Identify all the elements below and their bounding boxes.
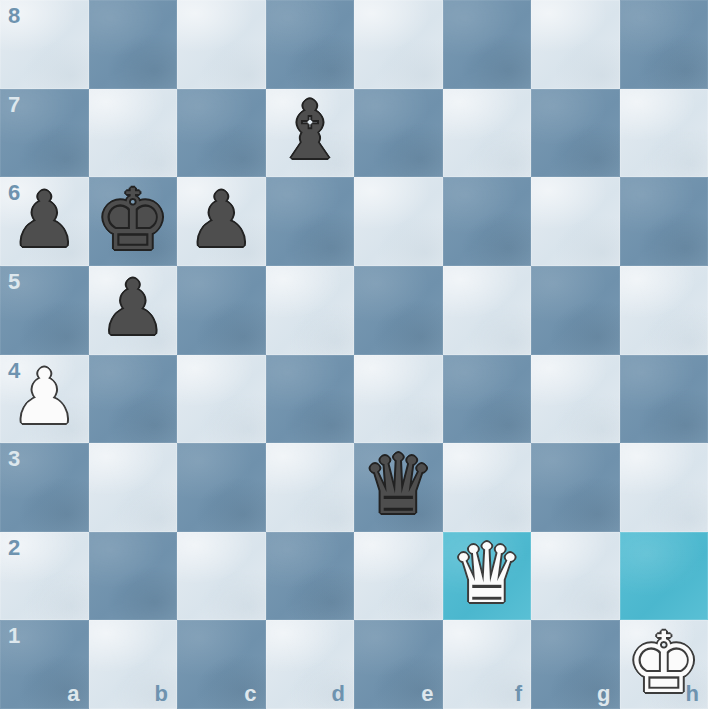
square-a8[interactable]: 8 xyxy=(0,0,89,89)
square-d2[interactable] xyxy=(266,532,355,621)
square-b4[interactable] xyxy=(89,355,178,444)
white-queen[interactable]: ♛ xyxy=(450,533,524,615)
rank-label-3: 3 xyxy=(8,448,20,470)
square-a5[interactable]: 5 xyxy=(0,266,89,355)
square-e2[interactable] xyxy=(354,532,443,621)
square-b2[interactable] xyxy=(89,532,178,621)
file-label-d: d xyxy=(332,683,345,705)
square-g1[interactable]: g xyxy=(531,620,620,709)
black-king[interactable]: ♚ xyxy=(95,178,170,262)
square-c1[interactable]: c xyxy=(177,620,266,709)
square-c8[interactable] xyxy=(177,0,266,89)
rank-label-7: 7 xyxy=(8,94,20,116)
square-h5[interactable] xyxy=(620,266,708,355)
black-pawn[interactable]: ♟ xyxy=(187,182,255,258)
file-label-f: f xyxy=(515,683,522,705)
square-f5[interactable] xyxy=(443,266,532,355)
file-label-g: g xyxy=(597,683,610,705)
square-g8[interactable] xyxy=(531,0,620,89)
square-f8[interactable] xyxy=(443,0,532,89)
square-a3[interactable]: 3 xyxy=(0,443,89,532)
square-b3[interactable] xyxy=(89,443,178,532)
square-h1[interactable]: h♚ xyxy=(620,620,708,709)
square-c7[interactable] xyxy=(177,89,266,178)
square-c6[interactable]: ♟ xyxy=(177,177,266,266)
square-h2[interactable] xyxy=(620,532,708,621)
square-e6[interactable] xyxy=(354,177,443,266)
black-pawn[interactable]: ♟ xyxy=(99,270,167,346)
square-e7[interactable] xyxy=(354,89,443,178)
square-f2[interactable]: ♛ xyxy=(443,532,532,621)
black-pawn[interactable]: ♟ xyxy=(10,182,78,258)
square-g5[interactable] xyxy=(531,266,620,355)
square-a6[interactable]: 6♟ xyxy=(0,177,89,266)
square-c5[interactable] xyxy=(177,266,266,355)
square-d6[interactable] xyxy=(266,177,355,266)
square-b8[interactable] xyxy=(89,0,178,89)
chess-board: 87♝6♟♚♟5♟4♟3♛2♛1abcdefgh♚ xyxy=(0,0,708,709)
black-queen[interactable]: ♛ xyxy=(361,444,435,526)
file-label-a: a xyxy=(67,683,79,705)
square-b1[interactable]: b xyxy=(89,620,178,709)
square-a2[interactable]: 2 xyxy=(0,532,89,621)
square-c2[interactable] xyxy=(177,532,266,621)
square-d1[interactable]: d xyxy=(266,620,355,709)
square-e3[interactable]: ♛ xyxy=(354,443,443,532)
square-h7[interactable] xyxy=(620,89,708,178)
square-h4[interactable] xyxy=(620,355,708,444)
square-h6[interactable] xyxy=(620,177,708,266)
white-pawn[interactable]: ♟ xyxy=(10,359,78,435)
white-king[interactable]: ♚ xyxy=(626,621,701,705)
square-c3[interactable] xyxy=(177,443,266,532)
square-g6[interactable] xyxy=(531,177,620,266)
square-e8[interactable] xyxy=(354,0,443,89)
square-d7[interactable]: ♝ xyxy=(266,89,355,178)
square-h3[interactable] xyxy=(620,443,708,532)
square-b5[interactable]: ♟ xyxy=(89,266,178,355)
square-h8[interactable] xyxy=(620,0,708,89)
square-b6[interactable]: ♚ xyxy=(89,177,178,266)
rank-label-1: 1 xyxy=(8,625,20,647)
square-a4[interactable]: 4♟ xyxy=(0,355,89,444)
square-b7[interactable] xyxy=(89,89,178,178)
square-f7[interactable] xyxy=(443,89,532,178)
rank-label-8: 8 xyxy=(8,5,20,27)
square-f4[interactable] xyxy=(443,355,532,444)
square-d4[interactable] xyxy=(266,355,355,444)
square-c4[interactable] xyxy=(177,355,266,444)
square-g7[interactable] xyxy=(531,89,620,178)
square-g4[interactable] xyxy=(531,355,620,444)
square-f3[interactable] xyxy=(443,443,532,532)
black-bishop[interactable]: ♝ xyxy=(274,91,346,171)
square-g3[interactable] xyxy=(531,443,620,532)
square-d5[interactable] xyxy=(266,266,355,355)
square-g2[interactable] xyxy=(531,532,620,621)
rank-label-5: 5 xyxy=(8,271,20,293)
square-d8[interactable] xyxy=(266,0,355,89)
square-d3[interactable] xyxy=(266,443,355,532)
file-label-e: e xyxy=(421,683,433,705)
square-e4[interactable] xyxy=(354,355,443,444)
file-label-c: c xyxy=(244,683,256,705)
square-e1[interactable]: e xyxy=(354,620,443,709)
square-e5[interactable] xyxy=(354,266,443,355)
square-a1[interactable]: 1a xyxy=(0,620,89,709)
file-label-b: b xyxy=(155,683,168,705)
square-f6[interactable] xyxy=(443,177,532,266)
rank-label-2: 2 xyxy=(8,537,20,559)
square-a7[interactable]: 7 xyxy=(0,89,89,178)
square-f1[interactable]: f xyxy=(443,620,532,709)
